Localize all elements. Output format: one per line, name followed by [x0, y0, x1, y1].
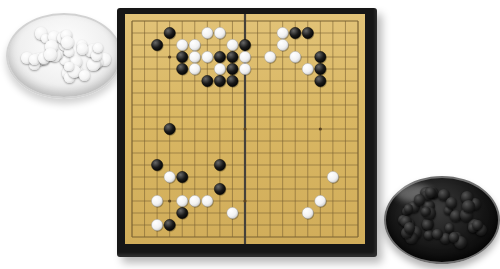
black-stone[interactable] [177, 171, 188, 182]
white-stone[interactable] [164, 171, 175, 182]
white-stone-bowl[interactable] [6, 13, 122, 99]
black-stone[interactable] [164, 27, 175, 38]
black-stone[interactable] [177, 51, 188, 62]
white-stone[interactable] [151, 219, 162, 230]
black-stone[interactable] [227, 75, 238, 86]
black-stone[interactable] [177, 207, 188, 218]
black-stone[interactable] [164, 123, 175, 134]
white-stone[interactable] [264, 51, 275, 62]
star-point [168, 55, 171, 58]
white-stone[interactable] [202, 27, 213, 38]
star-point [243, 127, 246, 130]
black-bowl-stone[interactable] [445, 223, 455, 233]
black-stone[interactable] [290, 27, 301, 38]
black-bowl-stone[interactable] [462, 200, 475, 213]
white-stone[interactable] [277, 39, 288, 50]
black-stone[interactable] [214, 51, 225, 62]
white-bowl-stone[interactable] [61, 36, 74, 49]
board-grid [125, 14, 365, 244]
white-stone[interactable] [315, 195, 326, 206]
black-stone[interactable] [227, 51, 238, 62]
star-point [319, 127, 322, 130]
black-bowl-stone[interactable] [404, 204, 414, 214]
white-stone[interactable] [277, 27, 288, 38]
star-point [168, 199, 171, 202]
black-stone[interactable] [151, 159, 162, 170]
white-stone[interactable] [202, 51, 213, 62]
white-bowl-stone[interactable] [77, 43, 89, 55]
white-stone[interactable] [302, 63, 313, 74]
scene [0, 0, 500, 269]
white-stone[interactable] [177, 39, 188, 50]
white-stone[interactable] [189, 51, 200, 62]
white-bowl-stone[interactable] [44, 48, 57, 61]
black-bowl-stone[interactable] [446, 197, 457, 208]
white-stone[interactable] [227, 39, 238, 50]
black-stone[interactable] [202, 75, 213, 86]
black-stone[interactable] [315, 75, 326, 86]
white-bowl-stone[interactable] [79, 70, 90, 81]
black-stone[interactable] [227, 63, 238, 74]
black-bowl-stone[interactable] [449, 232, 459, 242]
black-stone[interactable] [302, 27, 313, 38]
black-stone[interactable] [177, 63, 188, 74]
white-bowl-stone[interactable] [93, 43, 103, 53]
black-stone[interactable] [151, 39, 162, 50]
go-board [117, 8, 377, 257]
white-stone[interactable] [214, 27, 225, 38]
black-stone[interactable] [239, 39, 250, 50]
white-stone[interactable] [202, 195, 213, 206]
white-stone[interactable] [227, 207, 238, 218]
white-stone[interactable] [151, 195, 162, 206]
white-stone[interactable] [239, 63, 250, 74]
black-stone[interactable] [214, 159, 225, 170]
white-stone[interactable] [239, 51, 250, 62]
black-stone[interactable] [315, 51, 326, 62]
white-stone[interactable] [214, 63, 225, 74]
black-stone[interactable] [214, 183, 225, 194]
white-stone[interactable] [290, 51, 301, 62]
star-point [243, 199, 246, 202]
board-surface[interactable] [125, 14, 365, 244]
black-stone[interactable] [164, 219, 175, 230]
black-stone[interactable] [315, 63, 326, 74]
white-stone[interactable] [302, 207, 313, 218]
black-stone-bowl[interactable] [384, 176, 500, 264]
black-bowl-stone[interactable] [425, 187, 436, 198]
black-bowl-stone[interactable] [422, 220, 432, 230]
black-bowl-stone[interactable] [472, 220, 482, 230]
black-bowl-stone[interactable] [414, 194, 426, 206]
white-stone[interactable] [327, 171, 338, 182]
white-stone[interactable] [189, 63, 200, 74]
white-stone[interactable] [189, 195, 200, 206]
white-bowl-stone[interactable] [64, 62, 74, 72]
black-bowl-stone[interactable] [421, 207, 431, 217]
black-stone[interactable] [214, 75, 225, 86]
white-stone[interactable] [177, 195, 188, 206]
white-stone[interactable] [189, 39, 200, 50]
